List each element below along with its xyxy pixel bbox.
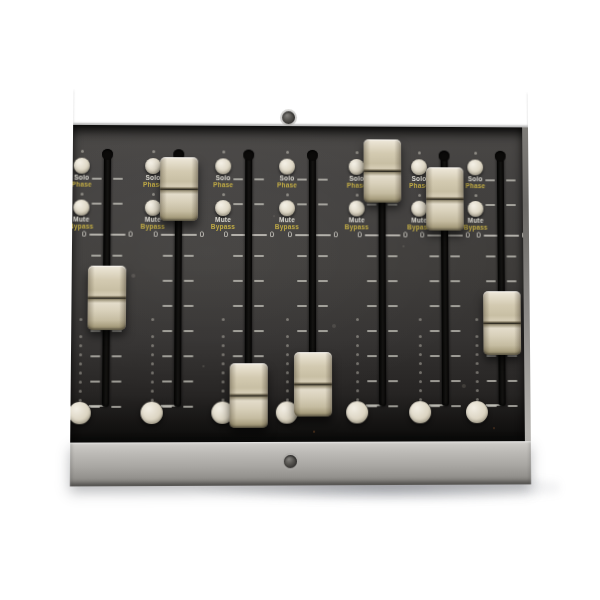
scale-tick [485,179,495,181]
fader-cap[interactable] [364,140,402,203]
scale-tick [318,280,328,282]
scale-tick [430,380,440,382]
scale-tick [297,305,307,307]
scale-tick [111,406,121,408]
meter-dot [356,389,359,392]
scale-tick [92,203,102,205]
bypass-label: Bypass [340,223,374,230]
scale-tick [485,204,495,206]
meter-dot [79,362,82,365]
scale-tick [367,355,377,357]
scale-tick [163,280,173,282]
phase-label: Phase [70,180,99,187]
scale-tick [388,305,398,307]
solo-button[interactable] [411,159,427,175]
meter-dot [475,353,478,356]
scale-tick [90,330,100,332]
scale-tick [451,380,461,382]
scale-tick [430,330,440,332]
scale-tick [297,280,307,282]
meter-dot [79,353,82,356]
mute-button[interactable] [468,201,484,217]
scale-tick [388,280,398,282]
scale-tick [112,355,122,357]
bypass-label: Bypass [459,224,493,231]
bypass-label: Bypass [70,223,98,230]
fader-slot [497,155,506,406]
meter-dot [285,380,288,383]
meter-dot [79,335,82,338]
scale-tick [367,305,377,307]
scale-tick [451,330,461,332]
mute-led-indicator [355,193,358,196]
scale-tick [233,178,243,180]
mute-led-indicator [222,193,225,196]
scale-tick [487,380,497,382]
mute-button[interactable] [73,200,89,216]
scale-tick [318,255,328,257]
scale-tick [111,381,121,383]
scale-tick [184,305,194,307]
meter-dot [285,353,288,356]
scale-tick [388,380,398,382]
meter-dot [221,318,224,321]
scale-tick [450,280,460,282]
meter-dot [355,318,358,321]
meter-dot [78,371,81,374]
meter-dot [151,318,154,321]
unity-zero-left: 0 [287,231,293,238]
mute-button[interactable] [215,200,231,216]
unity-zero-left: 0 [476,232,482,239]
unity-zero-left: 0 [153,231,159,239]
mixer-fader-unit: SoloPhaseMuteBypass00SoloPhaseMuteBypass… [70,89,531,486]
scale-tick [92,178,102,180]
phase-label: Phase [459,182,493,189]
scale-tick [429,255,439,257]
meter-dot [418,371,421,374]
channel-select-button[interactable] [140,402,162,424]
top-frame-rail [73,89,528,127]
solo-led-indicator [286,150,289,153]
scale-tick [486,280,496,282]
meter-dot [151,344,154,347]
meter-dot [475,380,478,383]
scale-tick [297,179,307,181]
fader-cap[interactable] [294,352,332,416]
scale-tick [112,255,122,257]
scale-tick [451,355,461,357]
solo-button[interactable] [145,158,161,174]
meter-dot [221,362,224,365]
scale-tick [450,305,460,307]
scale-tick [318,305,328,307]
meter-dot [419,389,422,392]
meter-dot [221,389,224,392]
solo-button[interactable] [74,158,90,174]
scale-tick [113,178,123,180]
solo-led-indicator [474,151,477,154]
unity-zero-left: 0 [419,231,425,238]
scale-tick [506,204,516,206]
scale-tick [184,255,194,257]
scale-tick [388,255,398,257]
meter-dot [151,353,154,356]
scale-tick [451,405,461,407]
meter-dot [221,335,224,338]
meter-dot [356,335,359,338]
meter-dot [418,353,421,356]
scale-tick [297,203,307,205]
scale-tick [367,204,377,206]
scale-tick [233,305,243,307]
meter-dot [285,335,288,338]
scale-tick [318,203,328,205]
solo-led-indicator [355,151,358,154]
scale-tick [162,330,172,332]
mute-button[interactable] [411,201,427,217]
fader-cap[interactable] [160,157,198,221]
meter-dot [221,371,224,374]
scale-tick [113,203,123,205]
mute-label: Mute [70,216,98,223]
scale-tick [183,380,193,382]
phase-label: Phase [270,181,304,188]
scale-tick [254,280,264,282]
screw-icon [284,455,297,468]
solo-led-indicator [222,150,225,153]
solo-button[interactable] [467,160,483,176]
channel-select-button[interactable] [466,401,488,423]
mute-led-indicator [474,194,477,197]
meter-dot [78,381,81,384]
meter-dot [475,318,478,321]
product-photo: SoloPhaseMuteBypass00SoloPhaseMuteBypass… [0,0,600,600]
meter-dot [418,318,421,321]
scale-tick [233,203,243,205]
meter-dot [221,380,224,383]
channel-strip: SoloPhaseMuteBypass00 [345,126,411,441]
meter-dot [79,344,82,347]
meter-dot [221,353,224,356]
scale-tick [233,255,243,257]
meter-dot [285,344,288,347]
channel-select-button[interactable] [346,401,368,423]
scale-tick [388,405,398,407]
meter-dot [356,344,359,347]
channel-strip: SoloPhaseMuteBypass00 [139,125,206,442]
meter-dot [356,380,359,383]
scale-tick [184,280,194,282]
channel-strip: SoloPhaseMuteBypass00 [210,126,276,442]
channel-select-button[interactable] [70,402,91,424]
scale-tick [90,381,100,383]
scale-tick [508,380,518,382]
scale-tick [112,330,122,332]
fader-cap[interactable] [229,364,267,429]
scale-tick [183,330,193,332]
scale-tick [163,255,173,257]
meter-dot [418,362,421,365]
mute-button[interactable] [279,200,295,216]
solo-led-indicator [417,151,420,154]
scale-tick [318,179,328,181]
meter-dot [285,371,288,374]
solo-led-indicator [152,150,155,153]
scale-tick [486,355,496,357]
meter-dot [475,344,478,347]
scale-tick [162,305,172,307]
meter-dot [285,389,288,392]
unity-zero-left: 0 [357,231,363,238]
scale-tick [486,255,496,257]
scale-tick [297,255,307,257]
scale-tick [367,280,377,282]
meter-dot [419,380,422,383]
channel-strip: SoloPhaseMuteBypass00 [275,126,340,442]
meter-dot [356,371,359,374]
channel-select-button[interactable] [409,401,431,423]
scale-tick [90,355,100,357]
bypass-label: Bypass [270,223,304,230]
meter-dot [150,371,153,374]
scale-tick [367,255,377,257]
meter-dot [475,335,478,338]
scale-tick [254,255,264,257]
scale-tick [183,355,193,357]
meter-dot [285,362,288,365]
meter-dot [475,362,478,365]
meter-dot [475,371,478,374]
scale-tick [162,380,172,382]
unity-zero-right: 0 [128,231,134,239]
unity-zero-left: 0 [81,231,87,239]
mute-led-indicator [80,192,83,195]
bypass-label: Bypass [136,223,170,230]
scale-tick [507,355,517,357]
solo-button[interactable] [349,159,365,175]
solo-led-indicator [80,149,83,152]
scale-tick [388,355,398,357]
meter-dot [151,335,154,338]
meter-dot [150,390,153,393]
scale-tick [430,355,440,357]
scale-tick [507,280,517,282]
scale-tick [297,330,307,332]
meter-dot [221,344,224,347]
scale-tick [387,204,397,206]
scale-tick [506,179,516,181]
meter-dot [475,389,478,392]
meter-dot [285,318,288,321]
solo-button[interactable] [215,158,231,174]
meter-dot [150,380,153,383]
scale-tick [450,255,460,257]
scale-tick [254,203,264,205]
meter-dot [78,390,81,393]
meter-dot [79,318,82,321]
phase-label: Phase [206,181,240,188]
scale-tick [254,355,264,357]
scale-tick [254,305,264,307]
solo-button[interactable] [279,159,295,175]
unity-zero-right: 0 [199,231,205,238]
mute-button[interactable] [145,200,161,216]
bottom-frame-rail [70,441,531,486]
scale-tick [367,380,377,382]
scale-tick [508,405,518,407]
meter-dot [418,344,421,347]
unity-zero-right: 0 [333,231,339,238]
scale-tick [367,330,377,332]
scale-tick [430,305,440,307]
scale-tick [254,178,264,180]
scale-tick [91,255,101,257]
scale-tick [254,330,264,332]
scale-tick [162,355,172,357]
scale-tick [506,255,516,257]
fader-cap[interactable] [87,266,126,330]
channel-strip: SoloPhaseMuteBypass00 [70,125,135,443]
scale-tick [183,406,193,408]
meter-dot [356,362,359,365]
scale-tick [318,330,328,332]
scale-tick [233,280,243,282]
scale-tick [388,330,398,332]
scale-tick [429,280,439,282]
meter-dot [418,335,421,338]
fader-panel: SoloPhaseMuteBypass00SoloPhaseMuteBypass… [70,125,525,443]
mute-button[interactable] [349,201,365,217]
scale-tick [233,355,243,357]
scale-tick [233,330,243,332]
mute-led-indicator [151,192,154,195]
unity-zero-left: 0 [223,231,229,238]
bypass-label: Bypass [206,223,240,230]
screw-icon [282,111,295,124]
fader-cap[interactable] [426,167,464,230]
channel-strip: SoloPhaseMuteBypass00 [463,127,525,441]
meter-dot [356,353,359,356]
fader-cap[interactable] [483,292,521,356]
mute-led-indicator [418,193,421,196]
mute-led-indicator [286,193,289,196]
meter-dot [150,362,153,365]
